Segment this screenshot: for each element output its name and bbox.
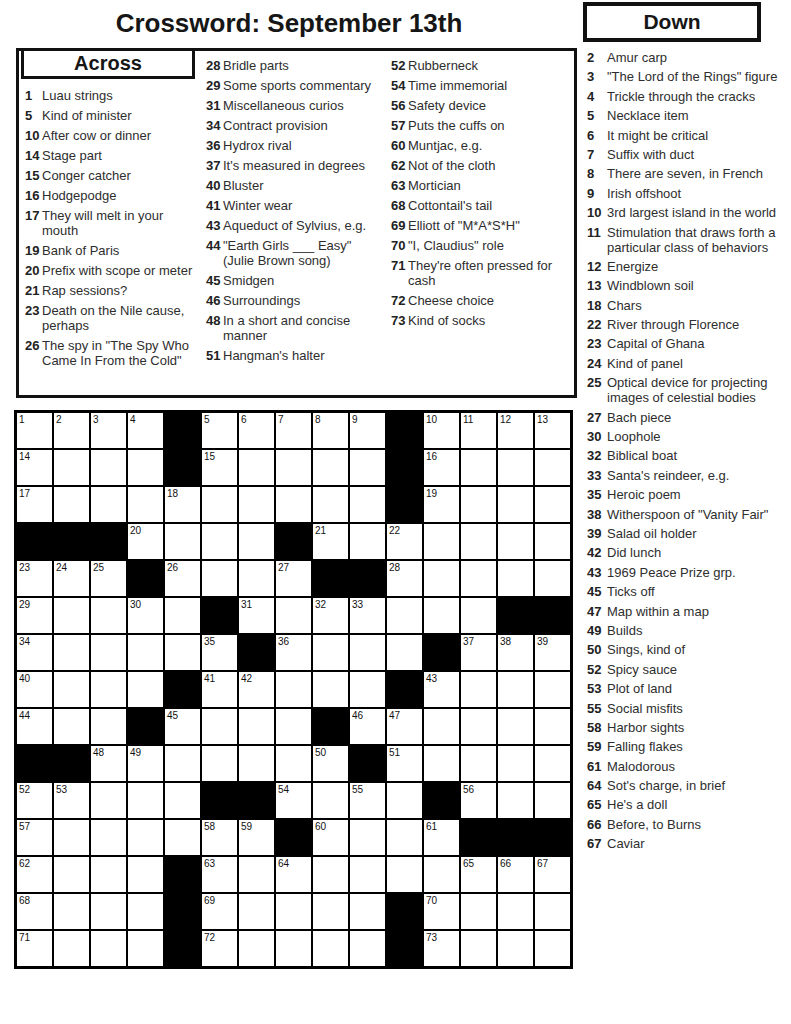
grid-cell-r2c4[interactable] xyxy=(128,450,163,485)
grid-cell-r12c11[interactable] xyxy=(387,820,422,855)
grid-cell-r13c12[interactable] xyxy=(424,857,459,892)
cell-number-52: 52 xyxy=(19,784,30,795)
clue-number: 21 xyxy=(25,283,42,298)
black-cell-r9c4 xyxy=(128,709,163,744)
grid-cell-r6c13[interactable] xyxy=(461,598,496,633)
down-clue-10: 103rd largest island in the world xyxy=(587,205,787,220)
clue-number: 46 xyxy=(206,293,223,308)
clue-number: 30 xyxy=(587,429,607,444)
clue-text: Sings, kind of xyxy=(607,642,787,657)
clue-number: 10 xyxy=(587,205,607,220)
grid-cell-r13c3[interactable] xyxy=(91,857,126,892)
grid-cell-r15c13[interactable] xyxy=(461,931,496,966)
grid-cell-r10c7[interactable] xyxy=(239,746,274,781)
black-cell-r6c15 xyxy=(535,598,570,633)
grid-cell-r12c1[interactable]: 57 xyxy=(17,820,52,855)
clue-number: 59 xyxy=(587,739,607,754)
cell-number-29: 29 xyxy=(19,599,30,610)
grid-cell-r14c7[interactable] xyxy=(239,894,274,929)
across-clue-52: 52Rubberneck xyxy=(391,58,573,73)
clue-text: It's measured in degrees xyxy=(223,158,383,173)
cell-number-9: 9 xyxy=(352,414,358,425)
down-clue-47: 47Map within a map xyxy=(587,604,787,619)
across-clue-60: 60Muntjac, e.g. xyxy=(391,138,573,153)
clue-text: Irish offshoot xyxy=(607,186,787,201)
grid-cell-r9c14[interactable] xyxy=(498,709,533,744)
cell-number-57: 57 xyxy=(19,821,30,832)
clue-number: 22 xyxy=(587,317,607,332)
cell-number-66: 66 xyxy=(500,858,511,869)
grid-cell-r6c1[interactable]: 29 xyxy=(17,598,52,633)
cell-number-41: 41 xyxy=(204,673,215,684)
grid-cell-r13c11[interactable] xyxy=(387,857,422,892)
grid-cell-r10c15[interactable] xyxy=(535,746,570,781)
grid-cell-r7c13[interactable]: 37 xyxy=(461,635,496,670)
clue-text: Caviar xyxy=(607,836,787,851)
grid-cell-r8c8[interactable] xyxy=(276,672,311,707)
grid-cell-r3c3[interactable] xyxy=(91,487,126,522)
clue-text: Kind of panel xyxy=(607,356,787,371)
grid-cell-r1c12[interactable]: 10 xyxy=(424,413,459,448)
grid-cell-r7c15[interactable]: 39 xyxy=(535,635,570,670)
grid-cell-r13c13[interactable]: 65 xyxy=(461,857,496,892)
grid-cell-r8c14[interactable] xyxy=(498,672,533,707)
grid-cell-r10c13[interactable] xyxy=(461,746,496,781)
grid-cell-r7c4[interactable] xyxy=(128,635,163,670)
black-cell-r4c2 xyxy=(54,524,89,559)
across-clue-36: 36Hydrox rival xyxy=(206,138,383,153)
grid-cell-r7c3[interactable] xyxy=(91,635,126,670)
clue-text: Malodorous xyxy=(607,759,787,774)
clue-number: 63 xyxy=(391,178,408,193)
grid-cell-r2c1[interactable]: 14 xyxy=(17,450,52,485)
grid-cell-r9c13[interactable] xyxy=(461,709,496,744)
grid-cell-r10c11[interactable]: 51 xyxy=(387,746,422,781)
cell-number-25: 25 xyxy=(93,562,104,573)
down-clue-38: 38Witherspoon of "Vanity Fair" xyxy=(587,507,787,522)
grid-cell-r6c11[interactable] xyxy=(387,598,422,633)
grid-cell-r15c9[interactable] xyxy=(313,931,348,966)
grid-cell-r14c8[interactable] xyxy=(276,894,311,929)
grid-cell-r7c11[interactable] xyxy=(387,635,422,670)
grid-cell-r2c3[interactable] xyxy=(91,450,126,485)
grid-cell-r13c14[interactable]: 66 xyxy=(498,857,533,892)
grid-cell-r11c5[interactable] xyxy=(165,783,200,818)
clue-number: 60 xyxy=(391,138,408,153)
grid-cell-r2c13[interactable] xyxy=(461,450,496,485)
grid-cell-r15c6[interactable]: 72 xyxy=(202,931,237,966)
clue-text: Contract provision xyxy=(223,118,383,133)
across-clue-34: 34Contract provision xyxy=(206,118,383,133)
clue-number: 12 xyxy=(587,259,607,274)
grid-cell-r11c11[interactable] xyxy=(387,783,422,818)
grid-cell-r13c15[interactable]: 67 xyxy=(535,857,570,892)
grid-cell-r10c4[interactable]: 49 xyxy=(128,746,163,781)
grid-cell-r13c7[interactable] xyxy=(239,857,274,892)
clue-text: Builds xyxy=(607,623,787,638)
cell-number-63: 63 xyxy=(204,858,215,869)
grid-cell-r14c6[interactable]: 69 xyxy=(202,894,237,929)
grid-cell-r8c7[interactable]: 42 xyxy=(239,672,274,707)
cell-number-62: 62 xyxy=(19,858,30,869)
grid-cell-r12c5[interactable] xyxy=(165,820,200,855)
clue-number: 53 xyxy=(587,681,607,696)
clue-text: Bluster xyxy=(223,178,383,193)
grid-cell-r11c9[interactable] xyxy=(313,783,348,818)
clue-number: 19 xyxy=(25,243,42,258)
clue-text: "Earth Girls ___ Easy" (Julie Brown song… xyxy=(223,238,383,268)
grid-cell-r5c5[interactable]: 26 xyxy=(165,561,200,596)
black-cell-r2c5 xyxy=(165,450,200,485)
grid-cell-r6c9[interactable]: 32 xyxy=(313,598,348,633)
cell-number-19: 19 xyxy=(426,488,437,499)
cell-number-6: 6 xyxy=(241,414,247,425)
grid-cell-r9c10[interactable]: 46 xyxy=(350,709,385,744)
grid-cell-r1c4[interactable]: 4 xyxy=(128,413,163,448)
grid-cell-r9c1[interactable]: 44 xyxy=(17,709,52,744)
grid-cell-r1c10[interactable]: 9 xyxy=(350,413,385,448)
down-clue-61: 61Malodorous xyxy=(587,759,787,774)
grid-cell-r4c6[interactable] xyxy=(202,524,237,559)
grid-cell-r9c15[interactable] xyxy=(535,709,570,744)
across-clue-20: 20Prefix with scope or meter xyxy=(25,263,196,278)
clue-number: 50 xyxy=(587,642,607,657)
grid-cell-r11c2[interactable]: 53 xyxy=(54,783,89,818)
grid-cell-r11c3[interactable] xyxy=(91,783,126,818)
across-clue-54: 54Time immemorial xyxy=(391,78,573,93)
clue-number: 70 xyxy=(391,238,408,253)
down-clue-33: 33Santa's reindeer, e.g. xyxy=(587,468,787,483)
grid-cell-r15c7[interactable] xyxy=(239,931,274,966)
grid-cell-r4c5[interactable] xyxy=(165,524,200,559)
across-clue-41: 41Winter wear xyxy=(206,198,383,213)
grid-cell-r8c2[interactable] xyxy=(54,672,89,707)
grid-cell-r7c10[interactable] xyxy=(350,635,385,670)
grid-cell-r1c2[interactable]: 2 xyxy=(54,413,89,448)
grid-cell-r5c7[interactable] xyxy=(239,561,274,596)
grid-cell-r3c15[interactable] xyxy=(535,487,570,522)
grid-cell-r6c4[interactable]: 30 xyxy=(128,598,163,633)
down-header: Down xyxy=(583,2,761,42)
cell-number-13: 13 xyxy=(537,414,548,425)
clue-number: 36 xyxy=(206,138,223,153)
down-clue-64: 64Sot's charge, in brief xyxy=(587,778,787,793)
cell-number-45: 45 xyxy=(167,710,178,721)
grid-cell-r8c4[interactable] xyxy=(128,672,163,707)
down-clue-59: 59Falling flakes xyxy=(587,739,787,754)
grid-cell-r5c2[interactable]: 24 xyxy=(54,561,89,596)
grid-cell-r1c1[interactable]: 1 xyxy=(17,413,52,448)
grid-cell-r8c13[interactable] xyxy=(461,672,496,707)
grid-cell-r1c15[interactable]: 13 xyxy=(535,413,570,448)
clue-text: Kind of minister xyxy=(42,108,196,123)
page-title: Crossword: September 13th xyxy=(0,8,578,39)
grid-cell-r9c5[interactable]: 45 xyxy=(165,709,200,744)
grid-cell-r12c12[interactable]: 61 xyxy=(424,820,459,855)
grid-cell-r11c14[interactable] xyxy=(498,783,533,818)
grid-cell-r5c12[interactable] xyxy=(424,561,459,596)
clue-number: 35 xyxy=(587,487,607,502)
clue-text: Suffix with duct xyxy=(607,147,787,162)
clue-number: 65 xyxy=(587,797,607,812)
grid-cell-r15c2[interactable] xyxy=(54,931,89,966)
cell-number-56: 56 xyxy=(463,784,474,795)
grid-cell-r1c7[interactable]: 6 xyxy=(239,413,274,448)
grid-cell-r4c15[interactable] xyxy=(535,524,570,559)
grid-cell-r9c6[interactable] xyxy=(202,709,237,744)
grid-cell-r8c3[interactable] xyxy=(91,672,126,707)
cell-number-28: 28 xyxy=(389,562,400,573)
grid-cell-r3c12[interactable]: 19 xyxy=(424,487,459,522)
grid-cell-r3c10[interactable] xyxy=(350,487,385,522)
clue-number: 25 xyxy=(587,375,607,390)
grid-cell-r10c9[interactable]: 50 xyxy=(313,746,348,781)
grid-cell-r1c6[interactable]: 5 xyxy=(202,413,237,448)
clue-number: 31 xyxy=(206,98,223,113)
grid-cell-r3c8[interactable] xyxy=(276,487,311,522)
grid-cell-r7c9[interactable] xyxy=(313,635,348,670)
across-clue-57: 57Puts the cuffs on xyxy=(391,118,573,133)
grid-cell-r1c3[interactable]: 3 xyxy=(91,413,126,448)
grid-cell-r14c4[interactable] xyxy=(128,894,163,929)
grid-cell-r1c8[interactable]: 7 xyxy=(276,413,311,448)
grid-cell-r2c7[interactable] xyxy=(239,450,274,485)
clue-number: 23 xyxy=(587,336,607,351)
down-clue-39: 39Salad oil holder xyxy=(587,526,787,541)
grid-cell-r15c12[interactable]: 73 xyxy=(424,931,459,966)
down-clue-30: 30Loophole xyxy=(587,429,787,444)
clue-text: Some sports commentary xyxy=(223,78,383,93)
grid-cell-r15c14[interactable] xyxy=(498,931,533,966)
grid-cell-r11c13[interactable]: 56 xyxy=(461,783,496,818)
grid-cell-r13c4[interactable] xyxy=(128,857,163,892)
cell-number-70: 70 xyxy=(426,895,437,906)
clue-text: Rap sessions? xyxy=(42,283,196,298)
clue-number: 47 xyxy=(587,604,607,619)
cell-number-12: 12 xyxy=(500,414,511,425)
cell-number-1: 1 xyxy=(19,414,25,425)
clue-number: 1 xyxy=(25,88,42,103)
grid-cell-r5c15[interactable] xyxy=(535,561,570,596)
grid-cell-r7c5[interactable] xyxy=(165,635,200,670)
down-clue-11: 11Stimulation that draws forth a particu… xyxy=(587,225,787,255)
grid-cell-r9c8[interactable] xyxy=(276,709,311,744)
grid-cell-r7c8[interactable]: 36 xyxy=(276,635,311,670)
cell-number-24: 24 xyxy=(56,562,67,573)
grid-cell-r7c14[interactable]: 38 xyxy=(498,635,533,670)
grid-cell-r7c6[interactable]: 35 xyxy=(202,635,237,670)
grid-cell-r2c15[interactable] xyxy=(535,450,570,485)
grid-cell-r14c15[interactable] xyxy=(535,894,570,929)
grid-cell-r3c9[interactable] xyxy=(313,487,348,522)
across-clue-15: 15Conger catcher xyxy=(25,168,196,183)
grid-cell-r7c2[interactable] xyxy=(54,635,89,670)
grid-cell-r4c9[interactable]: 21 xyxy=(313,524,348,559)
grid-cell-r5c6[interactable] xyxy=(202,561,237,596)
grid-cell-r14c14[interactable] xyxy=(498,894,533,929)
grid-cell-r14c13[interactable] xyxy=(461,894,496,929)
clue-text: Death on the Nile cause, perhaps xyxy=(42,303,196,333)
grid-cell-r12c4[interactable] xyxy=(128,820,163,855)
grid-cell-r14c10[interactable] xyxy=(350,894,385,929)
grid-cell-r8c12[interactable]: 43 xyxy=(424,672,459,707)
down-clue-25: 25Optical device for projecting images o… xyxy=(587,375,787,405)
grid-cell-r14c3[interactable] xyxy=(91,894,126,929)
grid-cell-r4c7[interactable] xyxy=(239,524,274,559)
grid-cell-r8c15[interactable] xyxy=(535,672,570,707)
grid-cell-r5c8[interactable]: 27 xyxy=(276,561,311,596)
grid-cell-r9c12[interactable] xyxy=(424,709,459,744)
grid-cell-r11c10[interactable]: 55 xyxy=(350,783,385,818)
grid-cell-r10c5[interactable] xyxy=(165,746,200,781)
grid-cell-r3c1[interactable]: 17 xyxy=(17,487,52,522)
grid-cell-r15c1[interactable]: 71 xyxy=(17,931,52,966)
grid-cell-r15c10[interactable] xyxy=(350,931,385,966)
grid-cell-r2c12[interactable]: 16 xyxy=(424,450,459,485)
grid-cell-r3c2[interactable] xyxy=(54,487,89,522)
grid-cell-r5c3[interactable]: 25 xyxy=(91,561,126,596)
grid-cell-r11c4[interactable] xyxy=(128,783,163,818)
grid-cell-r2c10[interactable] xyxy=(350,450,385,485)
clue-text: It might be critical xyxy=(607,128,787,143)
grid-cell-r15c15[interactable] xyxy=(535,931,570,966)
clue-text: Conger catcher xyxy=(42,168,196,183)
grid-cell-r5c14[interactable] xyxy=(498,561,533,596)
grid-cell-r2c8[interactable] xyxy=(276,450,311,485)
grid-cell-r4c13[interactable] xyxy=(461,524,496,559)
cell-number-64: 64 xyxy=(278,858,289,869)
clue-number: 54 xyxy=(391,78,408,93)
grid-cell-r15c8[interactable] xyxy=(276,931,311,966)
grid-cell-r10c6[interactable] xyxy=(202,746,237,781)
black-cell-r10c1 xyxy=(17,746,52,781)
across-clue-10: 10After cow or dinner xyxy=(25,128,196,143)
grid-cell-r1c9[interactable]: 8 xyxy=(313,413,348,448)
grid-cell-r6c2[interactable] xyxy=(54,598,89,633)
grid-cell-r15c3[interactable] xyxy=(91,931,126,966)
grid-cell-r2c9[interactable] xyxy=(313,450,348,485)
grid-cell-r12c7[interactable]: 59 xyxy=(239,820,274,855)
grid-cell-r13c9[interactable] xyxy=(313,857,348,892)
grid-cell-r8c6[interactable]: 41 xyxy=(202,672,237,707)
cell-number-14: 14 xyxy=(19,451,30,462)
grid-cell-r11c15[interactable] xyxy=(535,783,570,818)
grid-cell-r4c10[interactable] xyxy=(350,524,385,559)
grid-cell-r14c2[interactable] xyxy=(54,894,89,929)
down-clue-42: 42Did lunch xyxy=(587,545,787,560)
grid-cell-r8c10[interactable] xyxy=(350,672,385,707)
clue-text: Stimulation that draws forth a particula… xyxy=(607,225,787,255)
across-panel: Across 1Luau strings5Kind of minister10A… xyxy=(16,48,577,398)
grid-cell-r9c3[interactable] xyxy=(91,709,126,744)
down-clue-12: 12Energize xyxy=(587,259,787,274)
clue-text: Amur carp xyxy=(607,50,787,65)
grid-cell-r14c12[interactable]: 70 xyxy=(424,894,459,929)
grid-cell-r13c8[interactable]: 64 xyxy=(276,857,311,892)
grid-cell-r12c10[interactable] xyxy=(350,820,385,855)
grid-cell-r12c3[interactable] xyxy=(91,820,126,855)
grid-cell-r3c6[interactable] xyxy=(202,487,237,522)
grid-cell-r13c6[interactable]: 63 xyxy=(202,857,237,892)
grid-cell-r5c1[interactable]: 23 xyxy=(17,561,52,596)
grid-cell-r13c2[interactable] xyxy=(54,857,89,892)
grid-cell-r9c11[interactable]: 47 xyxy=(387,709,422,744)
grid-cell-r13c1[interactable]: 62 xyxy=(17,857,52,892)
grid-cell-r3c4[interactable] xyxy=(128,487,163,522)
across-clue-71: 71They're often pressed for cash xyxy=(391,258,573,288)
grid-cell-r6c12[interactable] xyxy=(424,598,459,633)
across-clue-26: 26The spy in "The Spy Who Came In From t… xyxy=(25,338,196,368)
grid-cell-r2c2[interactable] xyxy=(54,450,89,485)
across-header: Across xyxy=(21,48,195,79)
grid-cell-r1c14[interactable]: 12 xyxy=(498,413,533,448)
clue-text: Trickle through the cracks xyxy=(607,89,787,104)
grid-cell-r14c1[interactable]: 68 xyxy=(17,894,52,929)
grid-cell-r13c10[interactable] xyxy=(350,857,385,892)
grid-cell-r8c1[interactable]: 40 xyxy=(17,672,52,707)
grid-cell-r10c3[interactable]: 48 xyxy=(91,746,126,781)
grid-cell-r11c8[interactable]: 54 xyxy=(276,783,311,818)
clue-number: 32 xyxy=(587,448,607,463)
grid-cell-r1c13[interactable]: 11 xyxy=(461,413,496,448)
grid-cell-r12c6[interactable]: 58 xyxy=(202,820,237,855)
grid-cell-r3c13[interactable] xyxy=(461,487,496,522)
grid-cell-r2c6[interactable]: 15 xyxy=(202,450,237,485)
grid-cell-r6c3[interactable] xyxy=(91,598,126,633)
grid-cell-r12c9[interactable]: 60 xyxy=(313,820,348,855)
grid-cell-r6c7[interactable]: 31 xyxy=(239,598,274,633)
black-cell-r5c10 xyxy=(350,561,385,596)
cell-number-22: 22 xyxy=(389,525,400,536)
across-clue-40: 40Bluster xyxy=(206,178,383,193)
cell-number-61: 61 xyxy=(426,821,437,832)
grid-cell-r4c12[interactable] xyxy=(424,524,459,559)
clue-text: Winter wear xyxy=(223,198,383,213)
grid-cell-r9c2[interactable] xyxy=(54,709,89,744)
grid-cell-r6c5[interactable] xyxy=(165,598,200,633)
grid-cell-r9c7[interactable] xyxy=(239,709,274,744)
grid-cell-r4c14[interactable] xyxy=(498,524,533,559)
grid-cell-r10c8[interactable] xyxy=(276,746,311,781)
grid-cell-r8c9[interactable] xyxy=(313,672,348,707)
grid-cell-r4c11[interactable]: 22 xyxy=(387,524,422,559)
grid-cell-r11c1[interactable]: 52 xyxy=(17,783,52,818)
grid-cell-r6c8[interactable] xyxy=(276,598,311,633)
grid-cell-r12c2[interactable] xyxy=(54,820,89,855)
down-clue-2: 2Amur carp xyxy=(587,50,787,65)
grid-cell-r5c11[interactable]: 28 xyxy=(387,561,422,596)
cell-number-8: 8 xyxy=(315,414,321,425)
clue-text: Rubberneck xyxy=(408,58,573,73)
grid-cell-r4c4[interactable]: 20 xyxy=(128,524,163,559)
cell-number-59: 59 xyxy=(241,821,252,832)
grid-cell-r15c4[interactable] xyxy=(128,931,163,966)
grid-cell-r3c7[interactable] xyxy=(239,487,274,522)
across-clue-29: 29Some sports commentary xyxy=(206,78,383,93)
grid-cell-r6c10[interactable]: 33 xyxy=(350,598,385,633)
grid-cell-r3c5[interactable]: 18 xyxy=(165,487,200,522)
grid-cell-r3c14[interactable] xyxy=(498,487,533,522)
grid-cell-r7c1[interactable]: 34 xyxy=(17,635,52,670)
across-clue-16: 16Hodgepodge xyxy=(25,188,196,203)
grid-cell-r14c9[interactable] xyxy=(313,894,348,929)
clue-text: Ticks off xyxy=(607,584,787,599)
grid-cell-r10c12[interactable] xyxy=(424,746,459,781)
grid-cell-r5c13[interactable] xyxy=(461,561,496,596)
grid-cell-r10c14[interactable] xyxy=(498,746,533,781)
grid-cell-r2c14[interactable] xyxy=(498,450,533,485)
across-clue-1: 1Luau strings xyxy=(25,88,196,103)
